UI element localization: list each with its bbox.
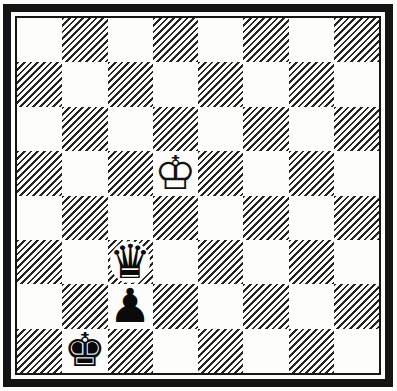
square-e8[interactable]	[198, 18, 243, 62]
square-a7[interactable]	[17, 62, 62, 106]
square-e4[interactable]	[198, 196, 243, 240]
square-c3[interactable]: ♛	[108, 240, 153, 284]
square-g7[interactable]	[289, 62, 334, 106]
square-g6[interactable]	[289, 107, 334, 151]
square-a3[interactable]	[17, 240, 62, 284]
square-g5[interactable]	[289, 151, 334, 195]
square-c4[interactable]	[108, 196, 153, 240]
square-a4[interactable]	[17, 196, 62, 240]
square-f1[interactable]	[243, 329, 288, 373]
square-d5[interactable]: ♔	[153, 151, 198, 195]
square-d8[interactable]	[153, 18, 198, 62]
square-c1[interactable]	[108, 329, 153, 373]
square-d2[interactable]	[153, 284, 198, 328]
square-h6[interactable]	[334, 107, 379, 151]
square-f8[interactable]	[243, 18, 288, 62]
square-h1[interactable]	[334, 329, 379, 373]
square-a8[interactable]	[17, 18, 62, 62]
square-a5[interactable]	[17, 151, 62, 195]
square-h8[interactable]	[334, 18, 379, 62]
square-e6[interactable]	[198, 107, 243, 151]
square-c7[interactable]	[108, 62, 153, 106]
square-b3[interactable]	[62, 240, 107, 284]
square-g8[interactable]	[289, 18, 334, 62]
square-d4[interactable]	[153, 196, 198, 240]
square-c5[interactable]	[108, 151, 153, 195]
square-f4[interactable]	[243, 196, 288, 240]
square-a6[interactable]	[17, 107, 62, 151]
square-c6[interactable]	[108, 107, 153, 151]
square-f7[interactable]	[243, 62, 288, 106]
square-c2[interactable]: ♟	[108, 284, 153, 328]
square-b5[interactable]	[62, 151, 107, 195]
square-d7[interactable]	[153, 62, 198, 106]
square-g2[interactable]	[289, 284, 334, 328]
square-e3[interactable]	[198, 240, 243, 284]
square-d1[interactable]	[153, 329, 198, 373]
piece-white-king[interactable]: ♔	[154, 151, 196, 195]
square-b8[interactable]	[62, 18, 107, 62]
square-b6[interactable]	[62, 107, 107, 151]
square-h4[interactable]	[334, 196, 379, 240]
square-b1[interactable]: ♚	[62, 329, 107, 373]
square-h3[interactable]	[334, 240, 379, 284]
chess-diagram-page: ♔♛♟♚	[0, 0, 397, 391]
square-f6[interactable]	[243, 107, 288, 151]
square-f2[interactable]	[243, 284, 288, 328]
piece-black-queen[interactable]: ♛	[109, 240, 151, 284]
piece-black-king[interactable]: ♚	[64, 329, 106, 373]
square-b2[interactable]	[62, 284, 107, 328]
board-inner-border: ♔♛♟♚	[15, 16, 381, 375]
square-h5[interactable]	[334, 151, 379, 195]
square-f5[interactable]	[243, 151, 288, 195]
square-d3[interactable]	[153, 240, 198, 284]
chess-board: ♔♛♟♚	[17, 18, 379, 373]
square-g3[interactable]	[289, 240, 334, 284]
piece-black-pawn[interactable]: ♟	[109, 284, 151, 328]
board-outer-frame: ♔♛♟♚	[3, 4, 393, 387]
square-g4[interactable]	[289, 196, 334, 240]
square-h7[interactable]	[334, 62, 379, 106]
square-f3[interactable]	[243, 240, 288, 284]
square-a2[interactable]	[17, 284, 62, 328]
square-a1[interactable]	[17, 329, 62, 373]
square-b7[interactable]	[62, 62, 107, 106]
square-b4[interactable]	[62, 196, 107, 240]
square-e5[interactable]	[198, 151, 243, 195]
square-e2[interactable]	[198, 284, 243, 328]
square-c8[interactable]	[108, 18, 153, 62]
square-e7[interactable]	[198, 62, 243, 106]
square-d6[interactable]	[153, 107, 198, 151]
square-g1[interactable]	[289, 329, 334, 373]
square-h2[interactable]	[334, 284, 379, 328]
square-e1[interactable]	[198, 329, 243, 373]
